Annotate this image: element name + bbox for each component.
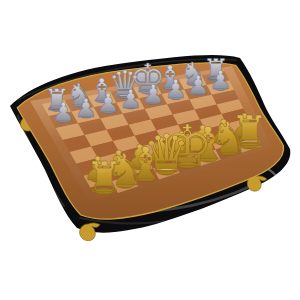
piece-glyph: ♟: [119, 84, 142, 114]
piece-silver-pawn[interactable]: ♟: [119, 84, 142, 114]
piece-glyph: ♜: [85, 152, 123, 202]
piece-glyph: ♟: [74, 93, 97, 123]
piece-glyph: ♟: [52, 97, 75, 127]
piece-silver-pawn[interactable]: ♟: [187, 70, 210, 100]
piece-silver-pawn[interactable]: ♟: [74, 93, 97, 123]
piece-silver-pawn[interactable]: ♟: [164, 74, 187, 104]
piece-glyph: ♟: [209, 65, 232, 95]
piece-glyph: ♟: [187, 70, 210, 100]
piece-silver-pawn[interactable]: ♟: [52, 97, 75, 127]
piece-silver-pawn[interactable]: ♟: [142, 79, 165, 109]
piece-glyph: ♟: [142, 79, 165, 109]
piece-gold-rook[interactable]: ♜: [85, 152, 123, 202]
chess-board: ♜♞♝♟♚♟♛♟♝♟♞♟♜♟♟♟♟♟♜♟♞♟♝♟♚♟♛♟♝♟♞♜: [0, 0, 300, 300]
piece-silver-pawn[interactable]: ♟: [209, 65, 232, 95]
piece-silver-pawn[interactable]: ♟: [97, 88, 120, 118]
piece-glyph: ♟: [97, 88, 120, 118]
chess-set-photo: ♜♞♝♟♚♟♛♟♝♟♞♟♜♟♟♟♟♟♜♟♞♟♝♟♚♟♛♟♝♟♞♜: [0, 0, 300, 300]
piece-glyph: ♟: [164, 74, 187, 104]
